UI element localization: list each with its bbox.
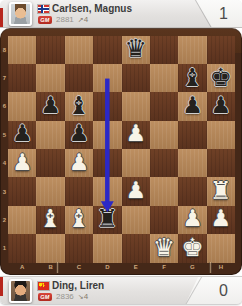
- square-h3[interactable]: ♜: [207, 177, 235, 205]
- square-c2[interactable]: ♝: [65, 206, 93, 234]
- square-b4[interactable]: [36, 149, 64, 177]
- match-score-top: 1: [219, 0, 228, 28]
- square-e2[interactable]: [122, 206, 150, 234]
- square-b8[interactable]: [36, 36, 64, 64]
- square-d1[interactable]: [93, 234, 121, 262]
- rank-label-6: 6: [1, 92, 8, 120]
- black-pawn-a5[interactable]: ♟: [12, 122, 33, 145]
- rank-coordinates: 87654321: [1, 36, 8, 263]
- avatar-ding: [9, 279, 32, 303]
- board-frame: 87654321 ♛♝♚♟♝♟♟♟♟♟♟♟♟♜♝♝♜♟♟♛♚ ABCDEFGH: [0, 28, 242, 275]
- square-h8[interactable]: [207, 36, 235, 64]
- square-h5[interactable]: [207, 121, 235, 149]
- black-pawn-b6[interactable]: ♟: [40, 94, 61, 117]
- square-b3[interactable]: [36, 177, 64, 205]
- square-f6[interactable]: [150, 92, 178, 120]
- square-g5[interactable]: [178, 121, 206, 149]
- square-b1[interactable]: [36, 234, 64, 262]
- player-bar-bottom: Ding, Liren GM 2836 ↘4 0: [0, 276, 242, 304]
- trend-value-top: 4: [84, 15, 88, 24]
- black-rook-d2[interactable]: ♜: [96, 206, 118, 231]
- white-bishop-b2[interactable]: ♝: [39, 206, 61, 231]
- square-h2[interactable]: ♟: [207, 206, 235, 234]
- player-name-bottom: Ding, Liren: [52, 280, 104, 291]
- square-d2[interactable]: ♜: [93, 206, 121, 234]
- white-pawn-c4[interactable]: ♟: [69, 151, 90, 174]
- square-c5[interactable]: ♟: [65, 121, 93, 149]
- file-coordinates: ABCDEFGH: [8, 264, 235, 274]
- square-a7[interactable]: [8, 64, 36, 92]
- square-a6[interactable]: [8, 92, 36, 120]
- avatar-photo: [11, 4, 30, 24]
- square-a4[interactable]: ♟: [8, 149, 36, 177]
- player-meta-top: GM 2881 ↗4: [38, 15, 88, 24]
- frame-wood-seam: [56, 262, 59, 273]
- square-h1[interactable]: [207, 234, 235, 262]
- black-bishop-g7[interactable]: ♝: [181, 65, 203, 90]
- white-queen-f1[interactable]: ♛: [153, 235, 175, 260]
- square-g6[interactable]: ♟: [178, 92, 206, 120]
- trend-value-bottom: 4: [84, 292, 88, 301]
- square-c3[interactable]: [65, 177, 93, 205]
- square-g4[interactable]: [178, 149, 206, 177]
- square-a2[interactable]: [8, 206, 36, 234]
- white-pawn-h2[interactable]: ♟: [211, 207, 232, 230]
- file-label-g: G: [178, 264, 206, 274]
- china-flag-icon: [38, 282, 49, 290]
- square-f7[interactable]: [150, 64, 178, 92]
- square-c1[interactable]: [65, 234, 93, 262]
- square-e7[interactable]: [122, 64, 150, 92]
- square-g1[interactable]: ♚: [178, 234, 206, 262]
- square-g7[interactable]: ♝: [178, 64, 206, 92]
- square-d8[interactable]: [93, 36, 121, 64]
- file-label-f: F: [150, 264, 178, 274]
- square-a5[interactable]: ♟: [8, 121, 36, 149]
- white-pawn-a4[interactable]: ♟: [12, 151, 33, 174]
- white-pawn-e3[interactable]: ♟: [125, 179, 146, 202]
- rank-label-1: 1: [1, 234, 8, 262]
- square-f2[interactable]: [150, 206, 178, 234]
- white-king-g1[interactable]: ♚: [181, 235, 203, 260]
- square-b5[interactable]: [36, 121, 64, 149]
- square-d4[interactable]: [93, 149, 121, 177]
- square-g2[interactable]: ♟: [178, 206, 206, 234]
- rank-label-8: 8: [1, 36, 8, 64]
- square-c4[interactable]: ♟: [65, 149, 93, 177]
- square-d3[interactable]: [93, 177, 121, 205]
- white-pawn-g2[interactable]: ♟: [182, 207, 203, 230]
- square-a3[interactable]: [8, 177, 36, 205]
- black-king-h7[interactable]: ♚: [210, 65, 232, 90]
- square-f1[interactable]: ♛: [150, 234, 178, 262]
- rank-label-7: 7: [1, 64, 8, 92]
- chess-board[interactable]: ♛♝♚♟♝♟♟♟♟♟♟♟♟♜♝♝♜♟♟♛♚: [8, 36, 235, 263]
- black-pawn-c5[interactable]: ♟: [69, 122, 90, 145]
- square-e5[interactable]: ♟: [122, 121, 150, 149]
- player-meta-bottom: GM 2836 ↘4: [38, 292, 88, 301]
- square-d7[interactable]: [93, 64, 121, 92]
- square-h4[interactable]: [207, 149, 235, 177]
- gm-title-badge: GM: [38, 16, 52, 24]
- square-c6[interactable]: ♝: [65, 92, 93, 120]
- square-c7[interactable]: [65, 64, 93, 92]
- match-score-bottom: 0: [219, 277, 228, 304]
- rating-trend-top: ↗4: [78, 15, 88, 24]
- player-name-top: Carlsen, Magnus: [52, 3, 132, 14]
- avatar-photo: [11, 281, 30, 301]
- square-a8[interactable]: [8, 36, 36, 64]
- score-wedge-top: [185, 0, 242, 28]
- red-accent-strip: [0, 8, 3, 27]
- rank-label-3: 3: [1, 177, 8, 205]
- black-bishop-c6[interactable]: ♝: [68, 93, 90, 118]
- square-f4[interactable]: [150, 149, 178, 177]
- file-label-a: A: [8, 264, 36, 274]
- rank-label-2: 2: [1, 206, 8, 234]
- red-accent-strip: [0, 277, 3, 296]
- black-pawn-g6[interactable]: ♟: [182, 94, 203, 117]
- square-e4[interactable]: [122, 149, 150, 177]
- square-f8[interactable]: [150, 36, 178, 64]
- file-label-b: B: [36, 264, 64, 274]
- square-e3[interactable]: ♟: [122, 177, 150, 205]
- square-d5[interactable]: [93, 121, 121, 149]
- square-b2[interactable]: ♝: [36, 206, 64, 234]
- square-g3[interactable]: [178, 177, 206, 205]
- frame-wood-seam: [209, 262, 212, 273]
- square-h6[interactable]: ♟: [207, 92, 235, 120]
- file-label-d: D: [93, 264, 121, 274]
- square-b7[interactable]: [36, 64, 64, 92]
- player-bar-top: Carlsen, Magnus GM 2881 ↗4 1: [0, 0, 242, 28]
- black-pawn-h6[interactable]: ♟: [211, 94, 232, 117]
- white-bishop-c2[interactable]: ♝: [68, 206, 90, 231]
- gm-title-badge: GM: [38, 293, 52, 301]
- square-e8[interactable]: ♛: [122, 36, 150, 64]
- file-label-c: C: [65, 264, 93, 274]
- white-pawn-e5[interactable]: ♟: [125, 122, 146, 145]
- rating-trend-bottom: ↘4: [78, 292, 88, 301]
- square-b6[interactable]: ♟: [36, 92, 64, 120]
- square-e6[interactable]: [122, 92, 150, 120]
- rank-label-5: 5: [1, 121, 8, 149]
- player-rating-bottom: 2836: [56, 292, 74, 301]
- square-a1[interactable]: [8, 234, 36, 262]
- square-g8[interactable]: [178, 36, 206, 64]
- rank-label-4: 4: [1, 149, 8, 177]
- square-c8[interactable]: [65, 36, 93, 64]
- file-label-e: E: [122, 264, 150, 274]
- white-rook-h3[interactable]: ♜: [210, 178, 232, 203]
- square-h7[interactable]: ♚: [207, 64, 235, 92]
- player-rating-top: 2881: [56, 15, 74, 24]
- square-e1[interactable]: [122, 234, 150, 262]
- square-f5[interactable]: [150, 121, 178, 149]
- chess-broadcast-widget: Carlsen, Magnus GM 2881 ↗4 1 87654321 ♛♝…: [0, 0, 242, 306]
- square-f3[interactable]: [150, 177, 178, 205]
- black-queen-e8[interactable]: ♛: [124, 36, 146, 61]
- norway-flag-icon: [38, 5, 49, 13]
- avatar-carlsen: [9, 2, 32, 26]
- square-d6[interactable]: [93, 92, 121, 120]
